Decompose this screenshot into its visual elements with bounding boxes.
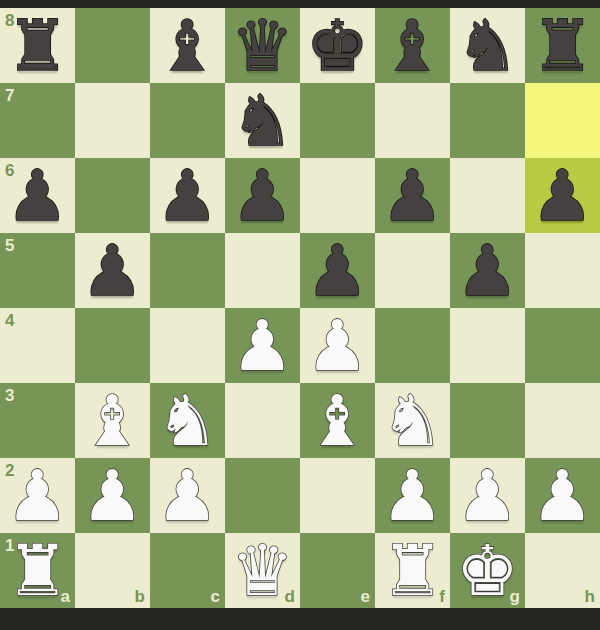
- piece-white-bishop[interactable]: ♝: [300, 383, 375, 458]
- square-h7[interactable]: [525, 83, 600, 158]
- square-b4[interactable]: [75, 308, 150, 383]
- piece-black-bishop[interactable]: ♝: [150, 8, 225, 83]
- square-d1[interactable]: d♛: [225, 533, 300, 608]
- square-a2[interactable]: 2♟: [0, 458, 75, 533]
- rank-label-5: 5: [5, 237, 14, 254]
- square-e5[interactable]: ♟: [300, 233, 375, 308]
- piece-black-knight[interactable]: ♞: [450, 8, 525, 83]
- square-b3[interactable]: ♝: [75, 383, 150, 458]
- piece-black-pawn[interactable]: ♟: [300, 233, 375, 308]
- square-b7[interactable]: [75, 83, 150, 158]
- square-f5[interactable]: [375, 233, 450, 308]
- square-b8[interactable]: [75, 8, 150, 83]
- square-b2[interactable]: ♟: [75, 458, 150, 533]
- square-c6[interactable]: ♟: [150, 158, 225, 233]
- piece-black-bishop[interactable]: ♝: [375, 8, 450, 83]
- square-g1[interactable]: g♚: [450, 533, 525, 608]
- square-h8[interactable]: ♜: [525, 8, 600, 83]
- square-b5[interactable]: ♟: [75, 233, 150, 308]
- square-a5[interactable]: 5: [0, 233, 75, 308]
- piece-black-pawn[interactable]: ♟: [150, 158, 225, 233]
- piece-black-pawn[interactable]: ♟: [75, 233, 150, 308]
- piece-white-bishop[interactable]: ♝: [75, 383, 150, 458]
- square-f7[interactable]: [375, 83, 450, 158]
- square-h3[interactable]: [525, 383, 600, 458]
- square-g3[interactable]: [450, 383, 525, 458]
- piece-white-pawn[interactable]: ♟: [450, 458, 525, 533]
- rank-label-7: 7: [5, 87, 14, 104]
- square-c7[interactable]: [150, 83, 225, 158]
- square-a7[interactable]: 7: [0, 83, 75, 158]
- file-label-e: e: [361, 588, 370, 605]
- square-d5[interactable]: [225, 233, 300, 308]
- square-a4[interactable]: 4: [0, 308, 75, 383]
- square-e6[interactable]: [300, 158, 375, 233]
- piece-black-rook[interactable]: ♜: [0, 8, 75, 83]
- piece-black-rook[interactable]: ♜: [525, 8, 600, 83]
- square-h2[interactable]: ♟: [525, 458, 600, 533]
- square-f3[interactable]: ♞: [375, 383, 450, 458]
- square-g8[interactable]: ♞: [450, 8, 525, 83]
- square-c4[interactable]: [150, 308, 225, 383]
- square-a1[interactable]: 1a♜: [0, 533, 75, 608]
- square-b1[interactable]: b: [75, 533, 150, 608]
- square-f1[interactable]: f♜: [375, 533, 450, 608]
- file-label-b: b: [135, 588, 145, 605]
- square-f4[interactable]: [375, 308, 450, 383]
- rank-label-4: 4: [5, 312, 14, 329]
- square-e2[interactable]: [300, 458, 375, 533]
- piece-black-king[interactable]: ♚: [300, 8, 375, 83]
- piece-white-pawn[interactable]: ♟: [525, 458, 600, 533]
- piece-black-pawn[interactable]: ♟: [450, 233, 525, 308]
- square-c1[interactable]: c: [150, 533, 225, 608]
- square-g2[interactable]: ♟: [450, 458, 525, 533]
- rank-label-3: 3: [5, 387, 14, 404]
- square-e7[interactable]: [300, 83, 375, 158]
- piece-white-knight[interactable]: ♞: [375, 383, 450, 458]
- square-c5[interactable]: [150, 233, 225, 308]
- square-d6[interactable]: ♟: [225, 158, 300, 233]
- square-a6[interactable]: 6♟: [0, 158, 75, 233]
- square-d8[interactable]: ♛: [225, 8, 300, 83]
- piece-white-queen[interactable]: ♛: [225, 533, 300, 608]
- square-d3[interactable]: [225, 383, 300, 458]
- chess-board: 8♜♝♛♚♝♞♜7♞6♟♟♟♟♟5♟♟♟4♟♟3♝♞♝♞2♟♟♟♟♟♟1a♜bc…: [0, 8, 600, 608]
- piece-white-pawn[interactable]: ♟: [225, 308, 300, 383]
- piece-white-pawn[interactable]: ♟: [0, 458, 75, 533]
- square-g5[interactable]: ♟: [450, 233, 525, 308]
- piece-white-pawn[interactable]: ♟: [150, 458, 225, 533]
- piece-black-queen[interactable]: ♛: [225, 8, 300, 83]
- square-c3[interactable]: ♞: [150, 383, 225, 458]
- square-d4[interactable]: ♟: [225, 308, 300, 383]
- square-d2[interactable]: [225, 458, 300, 533]
- piece-white-pawn[interactable]: ♟: [75, 458, 150, 533]
- square-f8[interactable]: ♝: [375, 8, 450, 83]
- square-e1[interactable]: e: [300, 533, 375, 608]
- square-e8[interactable]: ♚: [300, 8, 375, 83]
- piece-white-king[interactable]: ♚: [450, 533, 525, 608]
- file-label-h: h: [585, 588, 595, 605]
- piece-white-rook[interactable]: ♜: [0, 533, 75, 608]
- piece-white-knight[interactable]: ♞: [150, 383, 225, 458]
- square-f2[interactable]: ♟: [375, 458, 450, 533]
- piece-white-pawn[interactable]: ♟: [300, 308, 375, 383]
- square-e3[interactable]: ♝: [300, 383, 375, 458]
- piece-black-knight[interactable]: ♞: [225, 83, 300, 158]
- square-f6[interactable]: ♟: [375, 158, 450, 233]
- square-g7[interactable]: [450, 83, 525, 158]
- square-d7[interactable]: ♞: [225, 83, 300, 158]
- square-g6[interactable]: [450, 158, 525, 233]
- square-g4[interactable]: [450, 308, 525, 383]
- square-h6[interactable]: ♟: [525, 158, 600, 233]
- piece-black-pawn[interactable]: ♟: [0, 158, 75, 233]
- square-h4[interactable]: [525, 308, 600, 383]
- square-b6[interactable]: [75, 158, 150, 233]
- piece-white-pawn[interactable]: ♟: [375, 458, 450, 533]
- piece-black-pawn[interactable]: ♟: [375, 158, 450, 233]
- square-h1[interactable]: h: [525, 533, 600, 608]
- square-a3[interactable]: 3: [0, 383, 75, 458]
- square-h5[interactable]: [525, 233, 600, 308]
- piece-black-pawn[interactable]: ♟: [525, 158, 600, 233]
- square-e4[interactable]: ♟: [300, 308, 375, 383]
- square-c8[interactable]: ♝: [150, 8, 225, 83]
- square-a8[interactable]: 8♜: [0, 8, 75, 83]
- piece-black-pawn[interactable]: ♟: [225, 158, 300, 233]
- file-label-c: c: [211, 588, 220, 605]
- square-c2[interactable]: ♟: [150, 458, 225, 533]
- piece-white-rook[interactable]: ♜: [375, 533, 450, 608]
